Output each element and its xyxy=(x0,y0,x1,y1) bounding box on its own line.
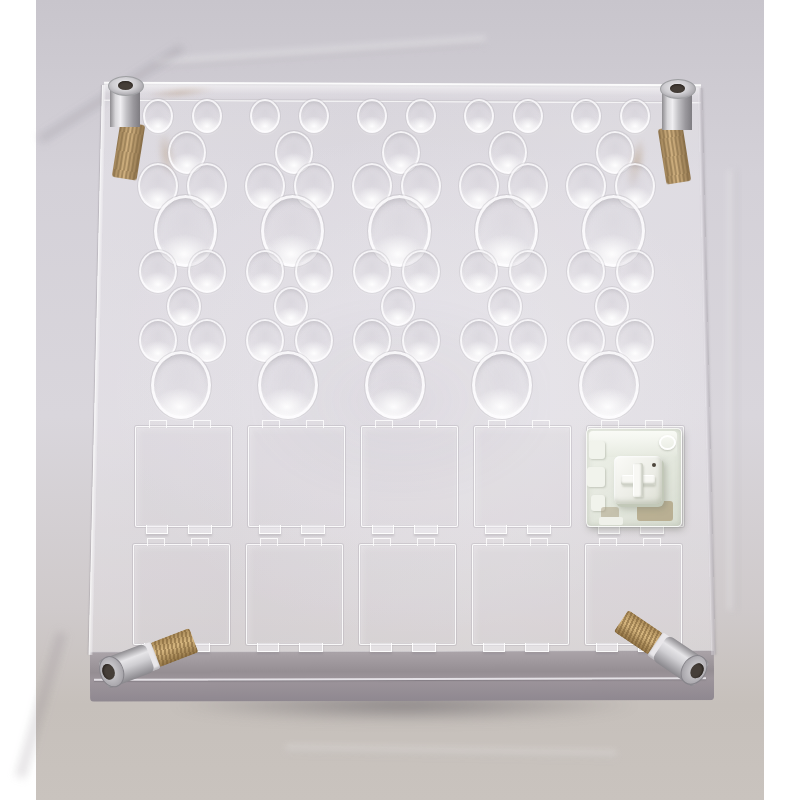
drill-hole xyxy=(509,250,547,293)
drill-hole xyxy=(295,250,333,293)
cutout-notch xyxy=(486,538,504,546)
drill-hole xyxy=(571,99,601,133)
switch-side-tab xyxy=(587,467,605,487)
screw-head xyxy=(108,76,144,96)
key-switch xyxy=(586,428,682,527)
screw-top-left xyxy=(108,76,144,216)
cutout-notch xyxy=(259,525,281,534)
cutout-r2-c4 xyxy=(472,544,569,645)
switch-side-tab xyxy=(589,441,605,459)
cutout-notch xyxy=(419,420,437,428)
photo-canvas xyxy=(0,0,800,800)
cutout-r2-c2 xyxy=(246,544,343,645)
drill-hole xyxy=(460,250,498,293)
cutout-notch xyxy=(146,525,168,534)
drill-hole xyxy=(406,99,436,133)
cutout-notch xyxy=(193,420,211,428)
drill-hole xyxy=(567,250,605,293)
cutout-notch xyxy=(260,538,278,546)
cutout-r1-c4 xyxy=(474,426,571,527)
drill-hole xyxy=(381,287,415,326)
cutout-notch xyxy=(525,643,549,652)
paper-crease xyxy=(16,632,67,779)
cutout-notch xyxy=(485,525,507,534)
cutout-notch xyxy=(488,420,506,428)
screw-head xyxy=(660,79,696,99)
drill-hole xyxy=(143,99,173,133)
cutout-r1-c1 xyxy=(135,426,232,527)
hex-socket xyxy=(100,662,117,681)
cutout-notch xyxy=(188,525,212,534)
cutout-notch xyxy=(370,643,392,652)
switch-internals xyxy=(637,501,673,521)
cutout-notch xyxy=(191,538,209,546)
cutout-notch xyxy=(372,525,394,534)
cutout-notch xyxy=(417,538,435,546)
switch-stem-box xyxy=(614,456,662,504)
drill-hole xyxy=(139,250,177,293)
cutout-notch xyxy=(299,643,323,652)
cutout-notch xyxy=(414,525,438,534)
drill-hole xyxy=(595,287,629,326)
screw-top-right xyxy=(660,79,696,219)
drill-hole xyxy=(299,99,329,133)
cutout-notch xyxy=(601,420,619,428)
drill-hole xyxy=(188,250,226,293)
cutout-notch xyxy=(301,525,325,534)
cutout-notch xyxy=(262,420,280,428)
cutout-r2-c3 xyxy=(359,544,456,645)
cutout-notch xyxy=(645,420,663,428)
paper-crease xyxy=(728,170,737,610)
drill-hole xyxy=(357,99,387,133)
hex-socket xyxy=(118,81,133,90)
switch-bottom-tab xyxy=(599,517,623,525)
drill-hole xyxy=(579,351,639,419)
drill-hole xyxy=(167,287,201,326)
cutout-notch xyxy=(375,420,393,428)
cutout-notch xyxy=(599,538,617,546)
cutout-notch xyxy=(527,525,551,534)
cutout-notch xyxy=(412,643,436,652)
cutout-notch xyxy=(257,643,279,652)
cutout-notch xyxy=(596,643,618,652)
drill-hole xyxy=(258,351,318,419)
hex-socket xyxy=(670,84,685,93)
cutout-notch xyxy=(373,538,391,546)
drill-hole xyxy=(192,99,222,133)
cutout-notch xyxy=(483,643,505,652)
cutout-notch xyxy=(304,538,322,546)
drill-hole xyxy=(246,250,284,293)
drill-hole xyxy=(250,99,280,133)
paper-crease xyxy=(156,37,486,69)
cutout-r1-c2 xyxy=(248,426,345,527)
brass-standoff xyxy=(112,121,145,180)
cutout-r1-c3 xyxy=(361,426,458,527)
drill-hole xyxy=(402,250,440,293)
drill-hole xyxy=(151,351,211,419)
switch-corner-loop xyxy=(659,435,676,450)
cutout-notch xyxy=(147,538,165,546)
drill-hole xyxy=(513,99,543,133)
drill-hole xyxy=(616,250,654,293)
paper-crease xyxy=(286,745,616,759)
drill-hole xyxy=(488,287,522,326)
cutout-notch xyxy=(306,420,324,428)
drill-hole xyxy=(274,287,308,326)
drill-hole xyxy=(365,351,425,419)
plate-bottom-edge-highlight xyxy=(94,677,706,681)
cutout-notch xyxy=(532,420,550,428)
drill-hole xyxy=(353,250,391,293)
brass-standoff xyxy=(658,125,691,184)
cross-stem-vertical xyxy=(633,463,643,497)
drill-hole xyxy=(620,99,650,133)
cutout-notch xyxy=(149,420,167,428)
drill-hole xyxy=(472,351,532,419)
cutout-notch xyxy=(530,538,548,546)
cutout-notch xyxy=(643,538,661,546)
drill-hole xyxy=(464,99,494,133)
switch-mold-dot xyxy=(652,463,656,467)
